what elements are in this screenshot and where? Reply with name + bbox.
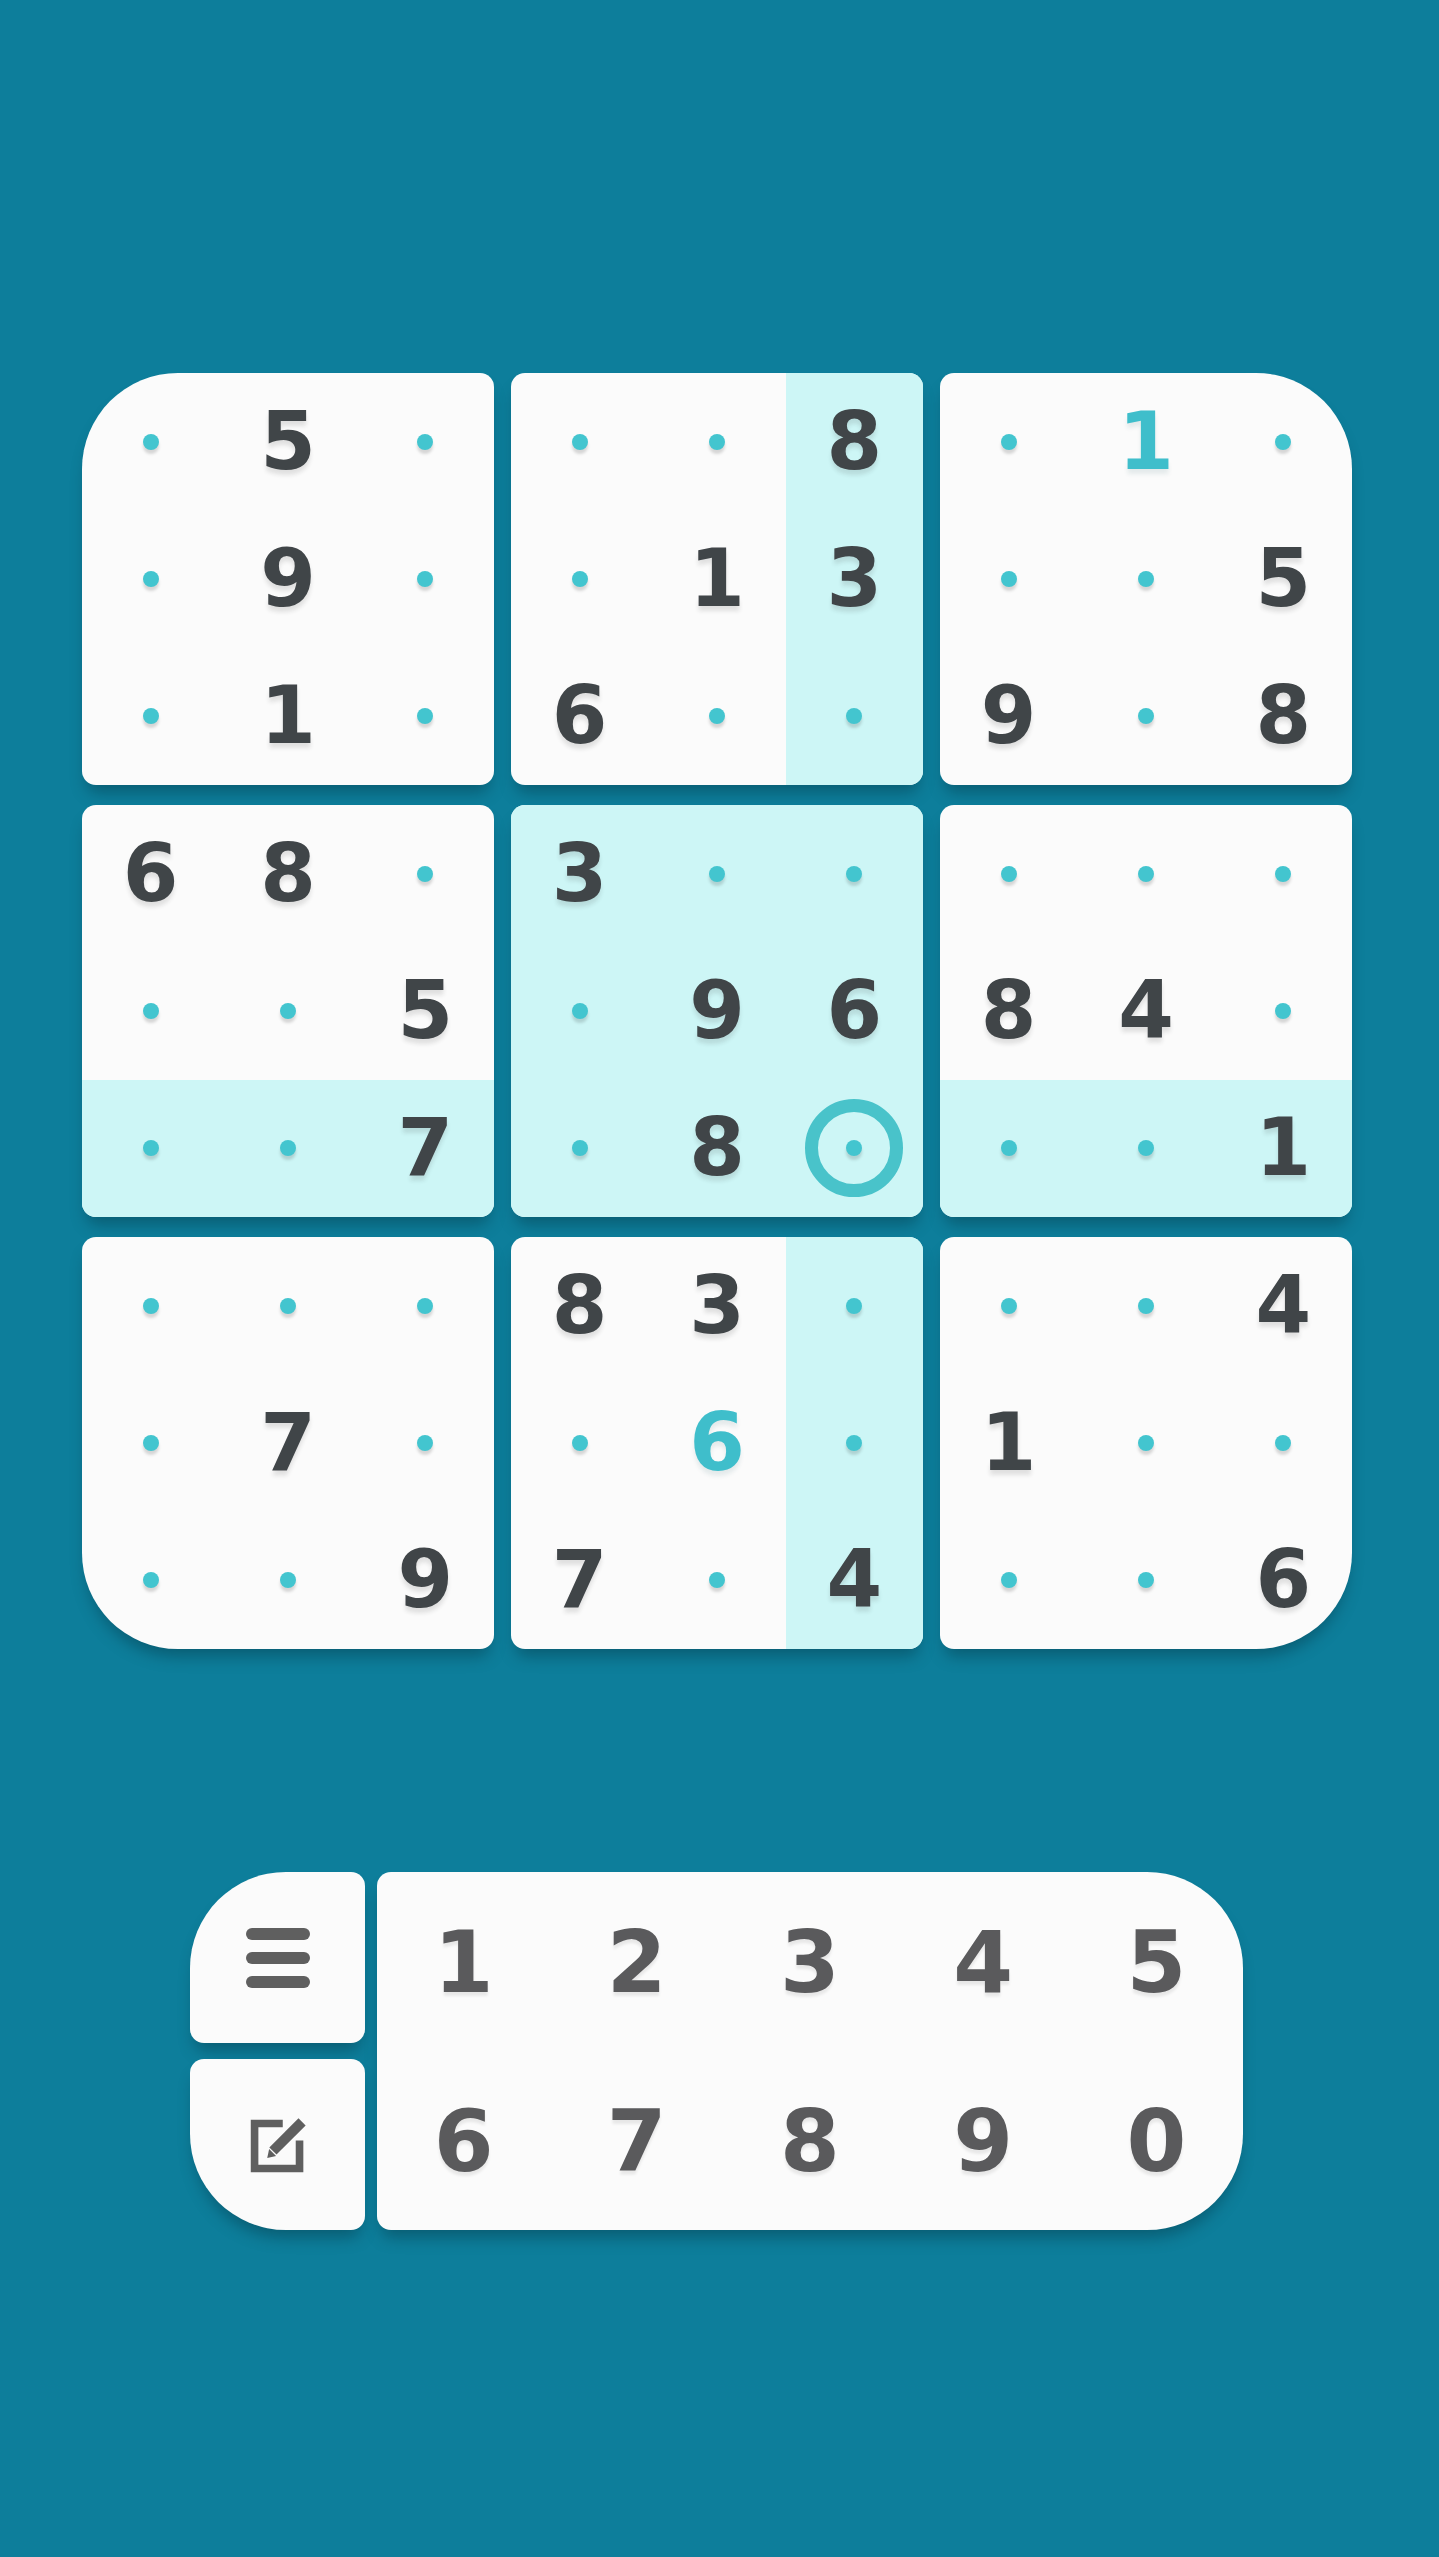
cell-r6c5[interactable]: 8 <box>648 1080 785 1217</box>
menu-icon <box>246 1928 310 1988</box>
cell-r6c1[interactable] <box>82 1080 219 1217</box>
cell-r2c4[interactable] <box>511 510 648 647</box>
cell-r6c8[interactable] <box>1077 1080 1214 1217</box>
numpad-key-1[interactable]: 1 <box>377 1872 550 2051</box>
numpad-key-7[interactable]: 7 <box>550 2051 723 2230</box>
cell-r8c2[interactable]: 7 <box>219 1374 356 1511</box>
numpad: 1234567890 <box>377 1872 1243 2230</box>
cell-r5c8[interactable]: 4 <box>1077 942 1214 1079</box>
cell-r3c4[interactable]: 6 <box>511 648 648 785</box>
given-digit: 8 <box>689 1108 745 1188</box>
cell-r7c5[interactable]: 3 <box>648 1237 785 1374</box>
box-r2c3: 841 <box>940 805 1352 1217</box>
box-r1c2: 8136 <box>511 373 923 785</box>
cell-r6c3[interactable]: 7 <box>357 1080 494 1217</box>
empty-cell-dot <box>280 1572 296 1588</box>
cell-r3c3[interactable] <box>357 648 494 785</box>
cell-r8c4[interactable] <box>511 1374 648 1511</box>
cell-r4c5[interactable] <box>648 805 785 942</box>
empty-cell-dot <box>709 708 725 724</box>
cell-r2c7[interactable] <box>940 510 1077 647</box>
box-r1c1: 591 <box>82 373 494 785</box>
box-r3c2: 83674 <box>511 1237 923 1649</box>
given-digit: 5 <box>1255 539 1311 619</box>
empty-cell-dot <box>846 866 862 882</box>
given-digit: 5 <box>397 971 453 1051</box>
cell-r6c6[interactable] <box>786 1080 923 1217</box>
given-digit: 8 <box>826 402 882 482</box>
empty-cell-dot <box>846 1298 862 1314</box>
empty-cell-dot <box>846 1140 862 1156</box>
numpad-key-9[interactable]: 9 <box>897 2051 1070 2230</box>
cell-r9c3[interactable]: 9 <box>357 1512 494 1649</box>
given-digit: 6 <box>123 834 179 914</box>
empty-cell-dot <box>143 1298 159 1314</box>
cell-r4c9[interactable] <box>1215 805 1352 942</box>
cell-r3c6[interactable] <box>786 648 923 785</box>
empty-cell-dot <box>1275 1003 1291 1019</box>
cell-r1c9[interactable] <box>1215 373 1352 510</box>
empty-cell-dot <box>1138 1140 1154 1156</box>
cell-r2c9[interactable]: 5 <box>1215 510 1352 647</box>
cell-r5c3[interactable]: 5 <box>357 942 494 1079</box>
given-digit: 7 <box>397 1108 453 1188</box>
cell-r3c1[interactable] <box>82 648 219 785</box>
cell-r4c8[interactable] <box>1077 805 1214 942</box>
empty-cell-dot <box>572 434 588 450</box>
box-r2c1: 6857 <box>82 805 494 1217</box>
empty-cell-dot <box>143 571 159 587</box>
empty-cell-dot <box>572 1435 588 1451</box>
given-digit: 9 <box>397 1540 453 1620</box>
cell-r1c1[interactable] <box>82 373 219 510</box>
cell-r5c1[interactable] <box>82 942 219 1079</box>
numpad-key-6[interactable]: 6 <box>377 2051 550 2230</box>
given-digit: 1 <box>1255 1108 1311 1188</box>
cell-r7c6[interactable] <box>786 1237 923 1374</box>
empty-cell-dot <box>1138 866 1154 882</box>
cell-r4c3[interactable] <box>357 805 494 942</box>
cell-r3c9[interactable]: 8 <box>1215 648 1352 785</box>
empty-cell-dot <box>143 1435 159 1451</box>
cell-r4c1[interactable]: 6 <box>82 805 219 942</box>
empty-cell-dot <box>709 434 725 450</box>
empty-cell-dot <box>280 1140 296 1156</box>
cell-r2c3[interactable] <box>357 510 494 647</box>
cell-r3c8[interactable] <box>1077 648 1214 785</box>
cell-r1c6[interactable]: 8 <box>786 373 923 510</box>
cell-r1c8[interactable]: 1 <box>1077 373 1214 510</box>
user-digit: 6 <box>689 1403 745 1483</box>
cell-r5c2[interactable] <box>219 942 356 1079</box>
cell-r3c2[interactable]: 1 <box>219 648 356 785</box>
given-digit: 4 <box>826 1540 882 1620</box>
cell-r5c7[interactable]: 8 <box>940 942 1077 1079</box>
cell-r9c1[interactable] <box>82 1512 219 1649</box>
cell-r4c4[interactable]: 3 <box>511 805 648 942</box>
cell-r2c6[interactable]: 3 <box>786 510 923 647</box>
empty-cell-dot <box>572 1140 588 1156</box>
cell-r6c7[interactable] <box>940 1080 1077 1217</box>
cell-r2c8[interactable] <box>1077 510 1214 647</box>
empty-cell-dot <box>846 708 862 724</box>
cell-r4c7[interactable] <box>940 805 1077 942</box>
given-digit: 3 <box>826 539 882 619</box>
given-digit: 5 <box>260 402 316 482</box>
given-digit: 4 <box>1255 1266 1311 1346</box>
input-panel: 1234567890 <box>190 1872 1243 2230</box>
cell-r9c7[interactable] <box>940 1512 1077 1649</box>
empty-cell-dot <box>1138 571 1154 587</box>
empty-cell-dot <box>1001 571 1017 587</box>
notes-button[interactable] <box>190 2059 365 2230</box>
empty-cell-dot <box>1001 434 1017 450</box>
given-digit: 4 <box>1118 971 1174 1051</box>
given-digit: 3 <box>689 1266 745 1346</box>
given-digit: 1 <box>689 539 745 619</box>
given-digit: 7 <box>260 1403 316 1483</box>
cell-r5c9[interactable] <box>1215 942 1352 1079</box>
given-digit: 6 <box>1255 1540 1311 1620</box>
numpad-key-0[interactable]: 0 <box>1070 2051 1243 2230</box>
numpad-key-2[interactable]: 2 <box>550 1872 723 2051</box>
empty-cell-dot <box>417 434 433 450</box>
cell-r8c1[interactable] <box>82 1374 219 1511</box>
empty-cell-dot <box>280 1298 296 1314</box>
cell-r8c6[interactable] <box>786 1374 923 1511</box>
empty-cell-dot <box>1001 1298 1017 1314</box>
cell-r8c5[interactable]: 6 <box>648 1374 785 1511</box>
empty-cell-dot <box>417 1435 433 1451</box>
empty-cell-dot <box>709 1572 725 1588</box>
cell-r7c4[interactable]: 8 <box>511 1237 648 1374</box>
cell-r9c8[interactable] <box>1077 1512 1214 1649</box>
cell-r7c7[interactable] <box>940 1237 1077 1374</box>
given-digit: 8 <box>260 834 316 914</box>
given-digit: 3 <box>552 834 608 914</box>
empty-cell-dot <box>280 1003 296 1019</box>
empty-cell-dot <box>143 708 159 724</box>
numpad-key-5[interactable]: 5 <box>1070 1872 1243 2051</box>
cell-r1c3[interactable] <box>357 373 494 510</box>
cell-r5c5[interactable]: 9 <box>648 942 785 1079</box>
empty-cell-dot <box>417 571 433 587</box>
cell-r2c1[interactable] <box>82 510 219 647</box>
cell-r7c2[interactable] <box>219 1237 356 1374</box>
given-digit: 1 <box>260 676 316 756</box>
cell-r8c3[interactable] <box>357 1374 494 1511</box>
cell-r9c9[interactable]: 6 <box>1215 1512 1352 1649</box>
given-digit: 8 <box>552 1266 608 1346</box>
cell-r8c9[interactable] <box>1215 1374 1352 1511</box>
cell-r5c4[interactable] <box>511 942 648 1079</box>
cell-r1c7[interactable] <box>940 373 1077 510</box>
numpad-key-4[interactable]: 4 <box>897 1872 1070 2051</box>
cell-r1c4[interactable] <box>511 373 648 510</box>
empty-cell-dot <box>417 1298 433 1314</box>
given-digit: 9 <box>689 971 745 1051</box>
empty-cell-dot <box>572 571 588 587</box>
sudoku-app-screen: 59181361598685739688417983674416 1234567… <box>0 0 1439 2557</box>
given-digit: 6 <box>826 971 882 1051</box>
cell-r3c7[interactable]: 9 <box>940 648 1077 785</box>
cell-r9c4[interactable]: 7 <box>511 1512 648 1649</box>
cell-r1c5[interactable] <box>648 373 785 510</box>
given-digit: 6 <box>552 676 608 756</box>
given-digit: 9 <box>260 539 316 619</box>
cell-r6c4[interactable] <box>511 1080 648 1217</box>
menu-button[interactable] <box>190 1872 365 2043</box>
side-buttons <box>190 1872 365 2230</box>
cell-r7c9[interactable]: 4 <box>1215 1237 1352 1374</box>
cell-r6c2[interactable] <box>219 1080 356 1217</box>
box-r1c3: 1598 <box>940 373 1352 785</box>
cell-r3c5[interactable] <box>648 648 785 785</box>
empty-cell-dot <box>1275 866 1291 882</box>
empty-cell-dot <box>1138 708 1154 724</box>
given-digit: 7 <box>552 1540 608 1620</box>
cell-r7c1[interactable] <box>82 1237 219 1374</box>
empty-cell-dot <box>1275 434 1291 450</box>
box-r3c1: 79 <box>82 1237 494 1649</box>
given-digit: 8 <box>1255 676 1311 756</box>
cell-r4c6[interactable] <box>786 805 923 942</box>
cell-r9c5[interactable] <box>648 1512 785 1649</box>
edit-icon <box>240 2107 316 2183</box>
empty-cell-dot <box>143 1140 159 1156</box>
empty-cell-dot <box>417 866 433 882</box>
cell-r8c8[interactable] <box>1077 1374 1214 1511</box>
cell-r4c2[interactable]: 8 <box>219 805 356 942</box>
given-digit: 8 <box>981 971 1037 1051</box>
sudoku-board: 59181361598685739688417983674416 <box>82 373 1352 1649</box>
empty-cell-dot <box>1138 1435 1154 1451</box>
empty-cell-dot <box>572 1003 588 1019</box>
cell-r5c6[interactable]: 6 <box>786 942 923 1079</box>
empty-cell-dot <box>143 1572 159 1588</box>
given-digit: 1 <box>981 1403 1037 1483</box>
cell-r2c5[interactable]: 1 <box>648 510 785 647</box>
cell-r7c3[interactable] <box>357 1237 494 1374</box>
cell-r6c9[interactable]: 1 <box>1215 1080 1352 1217</box>
empty-cell-dot <box>1138 1572 1154 1588</box>
empty-cell-dot <box>1138 1298 1154 1314</box>
cell-r1c2[interactable]: 5 <box>219 373 356 510</box>
box-r3c3: 416 <box>940 1237 1352 1649</box>
empty-cell-dot <box>143 434 159 450</box>
empty-cell-dot <box>1001 1572 1017 1588</box>
given-digit: 9 <box>981 676 1037 756</box>
cell-r9c6[interactable]: 4 <box>786 1512 923 1649</box>
empty-cell-dot <box>1275 1435 1291 1451</box>
cell-r8c7[interactable]: 1 <box>940 1374 1077 1511</box>
empty-cell-dot <box>1001 1140 1017 1156</box>
empty-cell-dot <box>1001 866 1017 882</box>
cell-r2c2[interactable]: 9 <box>219 510 356 647</box>
user-digit: 1 <box>1118 402 1174 482</box>
numpad-key-3[interactable]: 3 <box>723 1872 896 2051</box>
empty-cell-dot <box>846 1435 862 1451</box>
empty-cell-dot <box>709 866 725 882</box>
empty-cell-dot <box>143 1003 159 1019</box>
numpad-key-8[interactable]: 8 <box>723 2051 896 2230</box>
empty-cell-dot <box>417 708 433 724</box>
cell-r9c2[interactable] <box>219 1512 356 1649</box>
cell-r7c8[interactable] <box>1077 1237 1214 1374</box>
box-r2c2: 3968 <box>511 805 923 1217</box>
